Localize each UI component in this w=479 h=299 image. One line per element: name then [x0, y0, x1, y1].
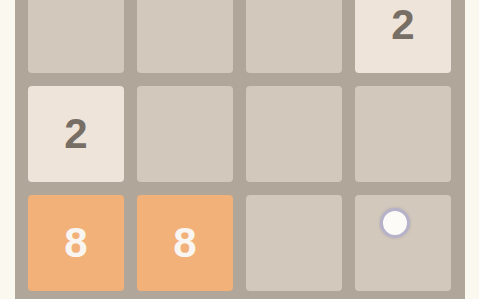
page-background: 2288 [0, 0, 479, 299]
empty-cell [28, 0, 124, 73]
empty-cell [137, 86, 233, 182]
empty-cell [137, 0, 233, 73]
game-board[interactable]: 2288 [15, 0, 465, 299]
tile-2: 2 [28, 86, 124, 182]
cursor-click-indicator-icon [380, 208, 410, 238]
empty-cell [355, 86, 451, 182]
tile-2: 2 [355, 0, 451, 73]
empty-cell [246, 195, 342, 291]
tile-8: 8 [137, 195, 233, 291]
tile-8: 8 [28, 195, 124, 291]
empty-cell [246, 86, 342, 182]
empty-cell [246, 0, 342, 73]
